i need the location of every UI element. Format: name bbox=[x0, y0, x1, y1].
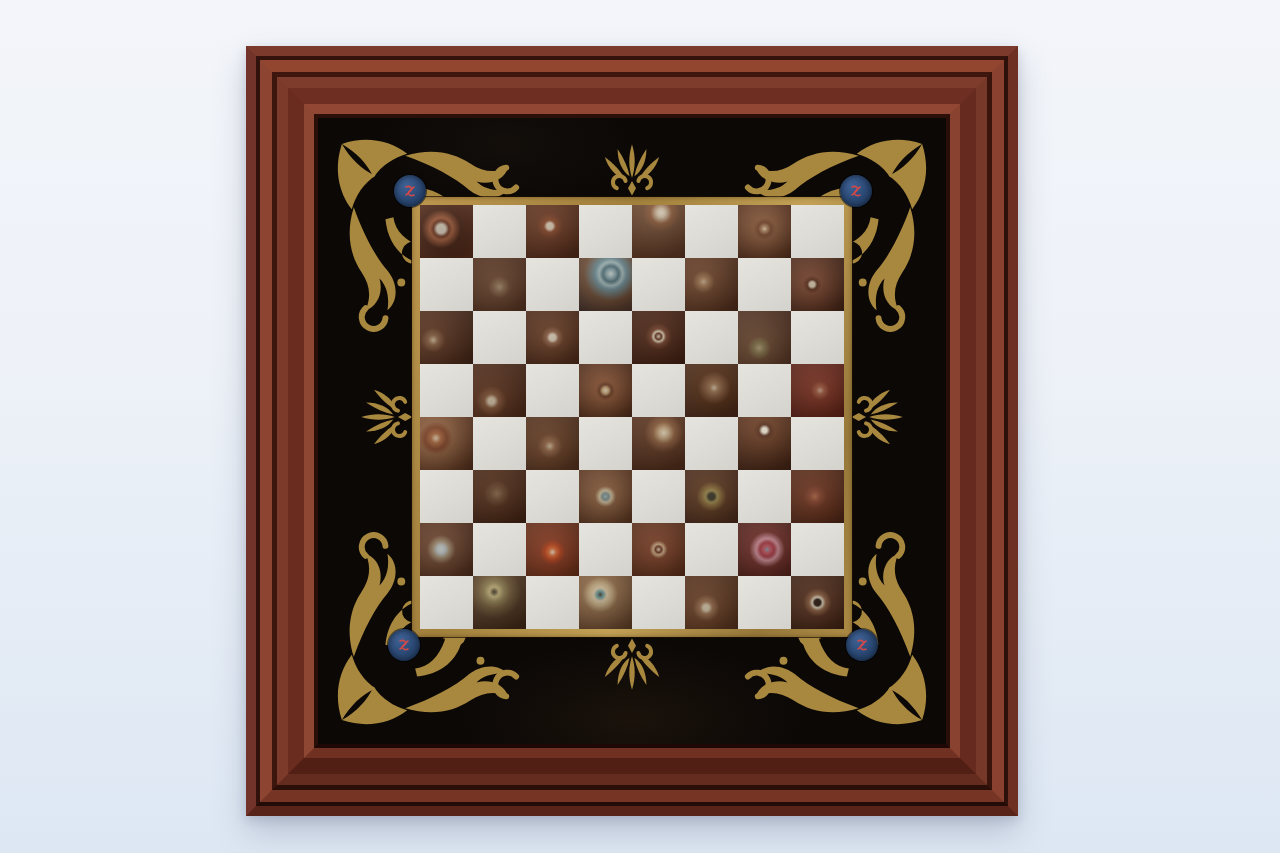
medallion-bottom-left bbox=[388, 629, 420, 661]
medallion-glyph-icon bbox=[397, 638, 411, 652]
square-r3c6[interactable] bbox=[685, 311, 738, 364]
palmette-ornament-top bbox=[584, 141, 680, 197]
square-r7c8[interactable] bbox=[791, 523, 844, 576]
square-r2c8[interactable] bbox=[791, 258, 844, 311]
square-r1c3[interactable] bbox=[526, 205, 579, 258]
square-r3c4[interactable] bbox=[579, 311, 632, 364]
square-r6c5[interactable] bbox=[632, 470, 685, 523]
medallion-bottom-right bbox=[846, 629, 878, 661]
square-r7c3[interactable] bbox=[526, 523, 579, 576]
checkerboard bbox=[420, 205, 844, 629]
square-r7c6[interactable] bbox=[685, 523, 738, 576]
medallion-top-right bbox=[840, 175, 872, 207]
square-r2c5[interactable] bbox=[632, 258, 685, 311]
square-r4c2[interactable] bbox=[473, 364, 526, 417]
square-r6c7[interactable] bbox=[738, 470, 791, 523]
square-r5c3[interactable] bbox=[526, 417, 579, 470]
square-r5c4[interactable] bbox=[579, 417, 632, 470]
square-r1c1[interactable] bbox=[420, 205, 473, 258]
square-r1c7[interactable] bbox=[738, 205, 791, 258]
board-gold-border bbox=[412, 197, 852, 637]
square-r6c2[interactable] bbox=[473, 470, 526, 523]
square-r8c5[interactable] bbox=[632, 576, 685, 629]
square-r6c8[interactable] bbox=[791, 470, 844, 523]
square-r4c5[interactable] bbox=[632, 364, 685, 417]
square-r1c8[interactable] bbox=[791, 205, 844, 258]
square-r2c4[interactable] bbox=[579, 258, 632, 311]
square-r1c4[interactable] bbox=[579, 205, 632, 258]
medallion-glyph-icon bbox=[849, 184, 863, 198]
square-r1c6[interactable] bbox=[685, 205, 738, 258]
square-r1c5[interactable] bbox=[632, 205, 685, 258]
square-r7c4[interactable] bbox=[579, 523, 632, 576]
square-r5c7[interactable] bbox=[738, 417, 791, 470]
square-r5c1[interactable] bbox=[420, 417, 473, 470]
square-r1c2[interactable] bbox=[473, 205, 526, 258]
square-r3c3[interactable] bbox=[526, 311, 579, 364]
square-r2c2[interactable] bbox=[473, 258, 526, 311]
square-r6c4[interactable] bbox=[579, 470, 632, 523]
square-r8c6[interactable] bbox=[685, 576, 738, 629]
square-r8c3[interactable] bbox=[526, 576, 579, 629]
square-r2c1[interactable] bbox=[420, 258, 473, 311]
square-r7c5[interactable] bbox=[632, 523, 685, 576]
square-r8c7[interactable] bbox=[738, 576, 791, 629]
square-r4c8[interactable] bbox=[791, 364, 844, 417]
square-r2c7[interactable] bbox=[738, 258, 791, 311]
square-r8c4[interactable] bbox=[579, 576, 632, 629]
square-r6c1[interactable] bbox=[420, 470, 473, 523]
medallion-glyph-icon bbox=[855, 638, 869, 652]
square-r4c3[interactable] bbox=[526, 364, 579, 417]
palmette-ornament-bottom bbox=[584, 637, 680, 693]
medallion-top-left bbox=[394, 175, 426, 207]
palmette-ornament-left bbox=[358, 369, 414, 465]
square-r4c4[interactable] bbox=[579, 364, 632, 417]
square-r4c1[interactable] bbox=[420, 364, 473, 417]
square-r6c3[interactable] bbox=[526, 470, 579, 523]
square-r5c6[interactable] bbox=[685, 417, 738, 470]
square-r4c6[interactable] bbox=[685, 364, 738, 417]
square-r3c5[interactable] bbox=[632, 311, 685, 364]
square-r7c1[interactable] bbox=[420, 523, 473, 576]
square-r5c2[interactable] bbox=[473, 417, 526, 470]
square-r6c6[interactable] bbox=[685, 470, 738, 523]
square-r5c8[interactable] bbox=[791, 417, 844, 470]
square-r3c2[interactable] bbox=[473, 311, 526, 364]
square-r8c2[interactable] bbox=[473, 576, 526, 629]
square-r5c5[interactable] bbox=[632, 417, 685, 470]
square-r7c2[interactable] bbox=[473, 523, 526, 576]
square-r2c3[interactable] bbox=[526, 258, 579, 311]
square-r7c7[interactable] bbox=[738, 523, 791, 576]
photo-backdrop bbox=[0, 0, 1280, 853]
square-r3c8[interactable] bbox=[791, 311, 844, 364]
square-r4c7[interactable] bbox=[738, 364, 791, 417]
square-r8c8[interactable] bbox=[791, 576, 844, 629]
palmette-ornament-right bbox=[850, 369, 906, 465]
square-r8c1[interactable] bbox=[420, 576, 473, 629]
square-r3c7[interactable] bbox=[738, 311, 791, 364]
square-r2c6[interactable] bbox=[685, 258, 738, 311]
square-r3c1[interactable] bbox=[420, 311, 473, 364]
medallion-glyph-icon bbox=[403, 184, 417, 198]
